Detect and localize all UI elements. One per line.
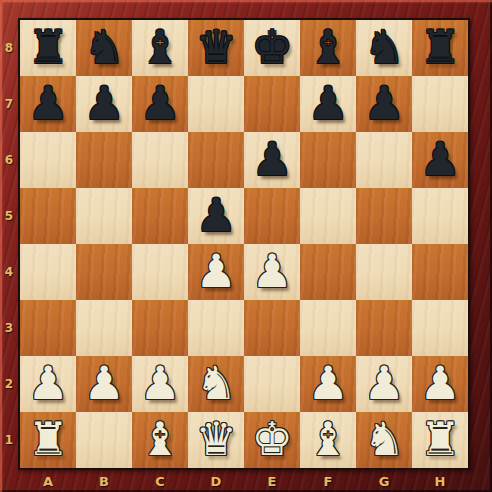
square-e4[interactable]: ♟ bbox=[244, 244, 300, 300]
square-a2[interactable]: ♟ bbox=[20, 356, 76, 412]
square-b3[interactable] bbox=[76, 300, 132, 356]
square-f5[interactable] bbox=[300, 188, 356, 244]
square-b7[interactable]: ♟ bbox=[76, 76, 132, 132]
rank-label-2: 2 bbox=[0, 356, 18, 412]
piece-black-pawn[interactable]: ♟ bbox=[83, 75, 124, 131]
square-b1[interactable] bbox=[76, 412, 132, 468]
rank-label-1: 1 bbox=[0, 412, 18, 468]
piece-white-pawn[interactable]: ♟ bbox=[27, 355, 68, 411]
piece-white-pawn[interactable]: ♟ bbox=[83, 355, 124, 411]
square-g4[interactable] bbox=[356, 244, 412, 300]
square-h8[interactable]: ♜ bbox=[412, 20, 468, 76]
square-a1[interactable]: ♜ bbox=[20, 412, 76, 468]
square-f6[interactable] bbox=[300, 132, 356, 188]
square-d8[interactable]: ♛ bbox=[188, 20, 244, 76]
piece-white-pawn[interactable]: ♟ bbox=[363, 355, 404, 411]
square-g3[interactable] bbox=[356, 300, 412, 356]
square-h6[interactable]: ♟ bbox=[412, 132, 468, 188]
square-e6[interactable]: ♟ bbox=[244, 132, 300, 188]
square-g6[interactable] bbox=[356, 132, 412, 188]
square-a8[interactable]: ♜ bbox=[20, 20, 76, 76]
rank-label-6: 6 bbox=[0, 132, 18, 188]
square-d5[interactable]: ♟ bbox=[188, 188, 244, 244]
piece-black-king[interactable]: ♚ bbox=[251, 19, 292, 75]
chessboard[interactable]: ♜♞♝♛♚♝♞♜♟♟♟♟♟♟♟♟♟♟♟♟♟♞♟♟♟♜♝♛♚♝♞♜ bbox=[18, 18, 470, 470]
rank-label-3: 3 bbox=[0, 300, 18, 356]
square-h7[interactable] bbox=[412, 76, 468, 132]
square-f1[interactable]: ♝ bbox=[300, 412, 356, 468]
piece-white-bishop[interactable]: ♝ bbox=[139, 411, 180, 467]
square-c4[interactable] bbox=[132, 244, 188, 300]
square-d7[interactable] bbox=[188, 76, 244, 132]
piece-black-pawn[interactable]: ♟ bbox=[195, 187, 236, 243]
square-a4[interactable] bbox=[20, 244, 76, 300]
file-label-a: A bbox=[20, 470, 76, 492]
square-a7[interactable]: ♟ bbox=[20, 76, 76, 132]
file-label-g: G bbox=[356, 470, 412, 492]
square-d6[interactable] bbox=[188, 132, 244, 188]
square-h3[interactable] bbox=[412, 300, 468, 356]
piece-black-pawn[interactable]: ♟ bbox=[251, 131, 292, 187]
square-e2[interactable] bbox=[244, 356, 300, 412]
square-a5[interactable] bbox=[20, 188, 76, 244]
square-a3[interactable] bbox=[20, 300, 76, 356]
square-c1[interactable]: ♝ bbox=[132, 412, 188, 468]
piece-white-knight[interactable]: ♞ bbox=[195, 355, 236, 411]
piece-black-queen[interactable]: ♛ bbox=[195, 19, 236, 75]
square-e5[interactable] bbox=[244, 188, 300, 244]
square-e1[interactable]: ♚ bbox=[244, 412, 300, 468]
piece-white-knight[interactable]: ♞ bbox=[363, 411, 404, 467]
square-d1[interactable]: ♛ bbox=[188, 412, 244, 468]
rank-label-7: 7 bbox=[0, 76, 18, 132]
square-f2[interactable]: ♟ bbox=[300, 356, 356, 412]
square-c7[interactable]: ♟ bbox=[132, 76, 188, 132]
square-c8[interactable]: ♝ bbox=[132, 20, 188, 76]
square-g2[interactable]: ♟ bbox=[356, 356, 412, 412]
square-c6[interactable] bbox=[132, 132, 188, 188]
piece-white-rook[interactable]: ♜ bbox=[419, 411, 460, 467]
rank-label-5: 5 bbox=[0, 188, 18, 244]
square-c3[interactable] bbox=[132, 300, 188, 356]
rank-label-4: 4 bbox=[0, 244, 18, 300]
square-h5[interactable] bbox=[412, 188, 468, 244]
square-h2[interactable]: ♟ bbox=[412, 356, 468, 412]
square-d3[interactable] bbox=[188, 300, 244, 356]
piece-black-knight[interactable]: ♞ bbox=[363, 19, 404, 75]
piece-black-pawn[interactable]: ♟ bbox=[139, 75, 180, 131]
file-label-e: E bbox=[244, 470, 300, 492]
piece-white-queen[interactable]: ♛ bbox=[195, 411, 236, 467]
square-d2[interactable]: ♞ bbox=[188, 356, 244, 412]
square-f7[interactable]: ♟ bbox=[300, 76, 356, 132]
chessboard-frame: ♜♞♝♛♚♝♞♜♟♟♟♟♟♟♟♟♟♟♟♟♟♞♟♟♟♜♝♛♚♝♞♜ 8765432… bbox=[0, 0, 492, 492]
piece-black-rook[interactable]: ♜ bbox=[27, 19, 68, 75]
square-e3[interactable] bbox=[244, 300, 300, 356]
piece-white-rook[interactable]: ♜ bbox=[27, 411, 68, 467]
square-b8[interactable]: ♞ bbox=[76, 20, 132, 76]
file-label-h: H bbox=[412, 470, 468, 492]
piece-black-pawn[interactable]: ♟ bbox=[363, 75, 404, 131]
square-e7[interactable] bbox=[244, 76, 300, 132]
piece-black-pawn[interactable]: ♟ bbox=[27, 75, 68, 131]
square-b2[interactable]: ♟ bbox=[76, 356, 132, 412]
square-f4[interactable] bbox=[300, 244, 356, 300]
piece-black-pawn[interactable]: ♟ bbox=[307, 75, 348, 131]
file-label-c: C bbox=[132, 470, 188, 492]
square-b5[interactable] bbox=[76, 188, 132, 244]
rank-label-8: 8 bbox=[0, 20, 18, 76]
piece-white-pawn[interactable]: ♟ bbox=[139, 355, 180, 411]
piece-white-pawn[interactable]: ♟ bbox=[251, 243, 292, 299]
square-g8[interactable]: ♞ bbox=[356, 20, 412, 76]
piece-white-pawn[interactable]: ♟ bbox=[307, 355, 348, 411]
square-g1[interactable]: ♞ bbox=[356, 412, 412, 468]
square-e8[interactable]: ♚ bbox=[244, 20, 300, 76]
piece-black-rook[interactable]: ♜ bbox=[419, 19, 460, 75]
square-h4[interactable] bbox=[412, 244, 468, 300]
piece-white-pawn[interactable]: ♟ bbox=[419, 355, 460, 411]
square-a6[interactable] bbox=[20, 132, 76, 188]
piece-black-bishop[interactable]: ♝ bbox=[307, 19, 348, 75]
square-g7[interactable]: ♟ bbox=[356, 76, 412, 132]
file-label-d: D bbox=[188, 470, 244, 492]
square-c2[interactable]: ♟ bbox=[132, 356, 188, 412]
piece-white-king[interactable]: ♚ bbox=[251, 411, 292, 467]
square-b6[interactable] bbox=[76, 132, 132, 188]
piece-black-pawn[interactable]: ♟ bbox=[419, 131, 460, 187]
file-label-b: B bbox=[76, 470, 132, 492]
piece-white-bishop[interactable]: ♝ bbox=[307, 411, 348, 467]
square-f8[interactable]: ♝ bbox=[300, 20, 356, 76]
file-label-f: F bbox=[300, 470, 356, 492]
square-b4[interactable] bbox=[76, 244, 132, 300]
square-f3[interactable] bbox=[300, 300, 356, 356]
square-c5[interactable] bbox=[132, 188, 188, 244]
piece-black-bishop[interactable]: ♝ bbox=[139, 19, 180, 75]
piece-white-pawn[interactable]: ♟ bbox=[195, 243, 236, 299]
square-d4[interactable]: ♟ bbox=[188, 244, 244, 300]
square-h1[interactable]: ♜ bbox=[412, 412, 468, 468]
piece-black-knight[interactable]: ♞ bbox=[83, 19, 124, 75]
square-g5[interactable] bbox=[356, 188, 412, 244]
